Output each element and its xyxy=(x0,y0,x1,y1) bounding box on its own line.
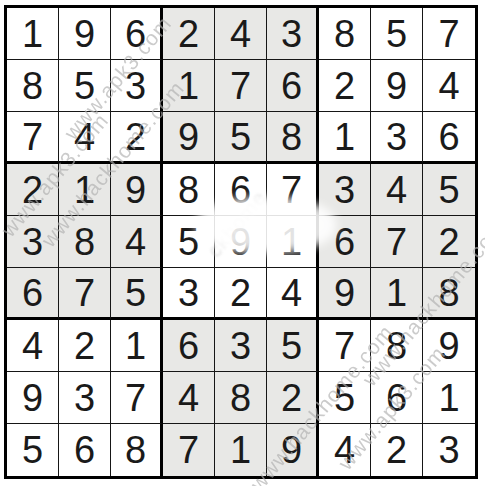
cell-r5c3[interactable]: 4 xyxy=(111,216,163,268)
cell-r2c9[interactable]: 4 xyxy=(423,60,475,112)
cell-r5c9[interactable]: 2 xyxy=(423,216,475,268)
cell-r7c7[interactable]: 7 xyxy=(319,320,371,372)
cell-r1c5[interactable]: 4 xyxy=(215,8,267,60)
cell-r8c7[interactable]: 5 xyxy=(319,372,371,424)
cell-r2c4[interactable]: 1 xyxy=(163,60,215,112)
cell-r9c8[interactable]: 2 xyxy=(371,424,423,476)
cell-r3c1[interactable]: 7 xyxy=(7,112,59,164)
cell-r9c3[interactable]: 8 xyxy=(111,424,163,476)
cell-r7c6[interactable]: 5 xyxy=(267,320,319,372)
sudoku-image: 1962438578531762947429581362198673453845… xyxy=(0,0,485,486)
cell-r5c8[interactable]: 7 xyxy=(371,216,423,268)
cell-r1c9[interactable]: 7 xyxy=(423,8,475,60)
cell-r3c5[interactable]: 5 xyxy=(215,112,267,164)
cell-r6c7[interactable]: 9 xyxy=(319,268,371,320)
cell-r2c2[interactable]: 5 xyxy=(59,60,111,112)
cell-r8c6[interactable]: 2 xyxy=(267,372,319,424)
cell-r3c6[interactable]: 8 xyxy=(267,112,319,164)
cell-r5c6[interactable]: 1 xyxy=(267,216,319,268)
cell-r4c7[interactable]: 3 xyxy=(319,164,371,216)
cell-r4c4[interactable]: 8 xyxy=(163,164,215,216)
cell-r1c7[interactable]: 8 xyxy=(319,8,371,60)
cell-r6c9[interactable]: 8 xyxy=(423,268,475,320)
cell-r5c5[interactable]: 9 xyxy=(215,216,267,268)
cell-r2c5[interactable]: 7 xyxy=(215,60,267,112)
cell-r3c3[interactable]: 2 xyxy=(111,112,163,164)
sudoku-board: 1962438578531762947429581362198673453845… xyxy=(4,5,478,479)
cell-r9c6[interactable]: 9 xyxy=(267,424,319,476)
cell-r4c3[interactable]: 9 xyxy=(111,164,163,216)
cell-r2c1[interactable]: 8 xyxy=(7,60,59,112)
cell-r3c8[interactable]: 3 xyxy=(371,112,423,164)
cell-r6c3[interactable]: 5 xyxy=(111,268,163,320)
cell-r1c3[interactable]: 6 xyxy=(111,8,163,60)
cell-r9c7[interactable]: 4 xyxy=(319,424,371,476)
cell-r4c2[interactable]: 1 xyxy=(59,164,111,216)
cell-r5c1[interactable]: 3 xyxy=(7,216,59,268)
cell-r4c1[interactable]: 2 xyxy=(7,164,59,216)
cell-r5c2[interactable]: 8 xyxy=(59,216,111,268)
cell-r3c2[interactable]: 4 xyxy=(59,112,111,164)
cell-r5c7[interactable]: 6 xyxy=(319,216,371,268)
cell-r7c5[interactable]: 3 xyxy=(215,320,267,372)
cell-r8c8[interactable]: 6 xyxy=(371,372,423,424)
cell-r2c7[interactable]: 2 xyxy=(319,60,371,112)
cell-r4c5[interactable]: 6 xyxy=(215,164,267,216)
cell-r5c4[interactable]: 5 xyxy=(163,216,215,268)
cell-r7c8[interactable]: 8 xyxy=(371,320,423,372)
cell-r9c4[interactable]: 7 xyxy=(163,424,215,476)
cell-r8c3[interactable]: 7 xyxy=(111,372,163,424)
cell-r6c2[interactable]: 7 xyxy=(59,268,111,320)
cell-r1c4[interactable]: 2 xyxy=(163,8,215,60)
cell-r7c3[interactable]: 1 xyxy=(111,320,163,372)
cell-r7c9[interactable]: 9 xyxy=(423,320,475,372)
cell-r3c9[interactable]: 6 xyxy=(423,112,475,164)
cell-r8c1[interactable]: 9 xyxy=(7,372,59,424)
cell-r9c2[interactable]: 6 xyxy=(59,424,111,476)
cell-r8c4[interactable]: 4 xyxy=(163,372,215,424)
cell-r6c5[interactable]: 2 xyxy=(215,268,267,320)
cell-r1c2[interactable]: 9 xyxy=(59,8,111,60)
cell-r9c9[interactable]: 3 xyxy=(423,424,475,476)
cell-r1c1[interactable]: 1 xyxy=(7,8,59,60)
cell-r3c4[interactable]: 9 xyxy=(163,112,215,164)
cell-r4c8[interactable]: 4 xyxy=(371,164,423,216)
cell-r7c2[interactable]: 2 xyxy=(59,320,111,372)
cell-r3c7[interactable]: 1 xyxy=(319,112,371,164)
cell-r8c9[interactable]: 1 xyxy=(423,372,475,424)
cell-r9c1[interactable]: 5 xyxy=(7,424,59,476)
cell-r4c9[interactable]: 5 xyxy=(423,164,475,216)
cell-r2c6[interactable]: 6 xyxy=(267,60,319,112)
cell-r2c3[interactable]: 3 xyxy=(111,60,163,112)
cell-r8c5[interactable]: 8 xyxy=(215,372,267,424)
cell-r6c1[interactable]: 6 xyxy=(7,268,59,320)
cell-r8c2[interactable]: 3 xyxy=(59,372,111,424)
cell-r1c8[interactable]: 5 xyxy=(371,8,423,60)
cell-r6c6[interactable]: 4 xyxy=(267,268,319,320)
cell-r6c8[interactable]: 1 xyxy=(371,268,423,320)
cell-r9c5[interactable]: 1 xyxy=(215,424,267,476)
cell-r7c4[interactable]: 6 xyxy=(163,320,215,372)
cell-r2c8[interactable]: 9 xyxy=(371,60,423,112)
cell-r4c6[interactable]: 7 xyxy=(267,164,319,216)
cell-r6c4[interactable]: 3 xyxy=(163,268,215,320)
cell-r1c6[interactable]: 3 xyxy=(267,8,319,60)
cell-r7c1[interactable]: 4 xyxy=(7,320,59,372)
